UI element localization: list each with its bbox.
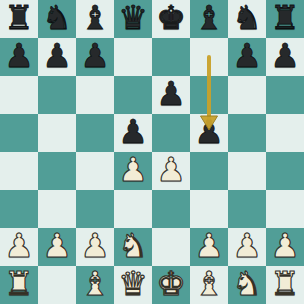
piece-black-pawn[interactable]: ♟ (270, 37, 300, 75)
square-g3[interactable] (228, 190, 266, 228)
square-f2[interactable]: ♟ (190, 228, 228, 266)
piece-white-pawn[interactable]: ♟ (270, 227, 300, 265)
square-h7[interactable]: ♟ (266, 38, 304, 76)
piece-black-rook[interactable]: ♜ (4, 0, 34, 37)
piece-white-knight[interactable]: ♞ (118, 227, 148, 265)
square-d5[interactable]: ♟ (114, 114, 152, 152)
square-g7[interactable]: ♟ (228, 38, 266, 76)
square-d8[interactable]: ♛ (114, 0, 152, 38)
piece-white-bishop[interactable]: ♝ (194, 265, 224, 303)
square-d7[interactable] (114, 38, 152, 76)
square-g5[interactable] (228, 114, 266, 152)
square-c4[interactable] (76, 152, 114, 190)
square-a1[interactable]: ♜ (0, 266, 38, 304)
piece-black-knight[interactable]: ♞ (232, 0, 262, 37)
piece-white-knight[interactable]: ♞ (232, 265, 262, 303)
piece-black-bishop[interactable]: ♝ (194, 0, 224, 37)
square-e8[interactable]: ♚ (152, 0, 190, 38)
square-a2[interactable]: ♟ (0, 228, 38, 266)
piece-black-pawn[interactable]: ♟ (42, 37, 72, 75)
square-f7[interactable] (190, 38, 228, 76)
square-h4[interactable] (266, 152, 304, 190)
square-g4[interactable] (228, 152, 266, 190)
square-d2[interactable]: ♞ (114, 228, 152, 266)
square-b2[interactable]: ♟ (38, 228, 76, 266)
square-d1[interactable]: ♛ (114, 266, 152, 304)
square-e7[interactable] (152, 38, 190, 76)
piece-black-pawn[interactable]: ♟ (118, 113, 148, 151)
square-e5[interactable] (152, 114, 190, 152)
square-e4[interactable]: ♟ (152, 152, 190, 190)
square-h1[interactable]: ♜ (266, 266, 304, 304)
square-a4[interactable] (0, 152, 38, 190)
piece-white-pawn[interactable]: ♟ (80, 227, 110, 265)
square-a3[interactable] (0, 190, 38, 228)
square-f6[interactable] (190, 76, 228, 114)
square-g6[interactable] (228, 76, 266, 114)
square-e6[interactable]: ♟ (152, 76, 190, 114)
square-h3[interactable] (266, 190, 304, 228)
square-h6[interactable] (266, 76, 304, 114)
square-b1[interactable] (38, 266, 76, 304)
piece-white-pawn[interactable]: ♟ (4, 227, 34, 265)
square-g8[interactable]: ♞ (228, 0, 266, 38)
square-f4[interactable] (190, 152, 228, 190)
piece-white-pawn[interactable]: ♟ (42, 227, 72, 265)
square-e1[interactable]: ♚ (152, 266, 190, 304)
square-h2[interactable]: ♟ (266, 228, 304, 266)
piece-black-knight[interactable]: ♞ (42, 0, 72, 37)
square-d3[interactable] (114, 190, 152, 228)
square-c2[interactable]: ♟ (76, 228, 114, 266)
chess-board: ♜♞♝♛♚♝♞♜♟♟♟♟♟♟♟♟♟♟♟♟♟♞♟♟♟♜♝♛♚♝♞♜ (0, 0, 304, 304)
piece-white-king[interactable]: ♚ (156, 265, 186, 303)
piece-white-pawn[interactable]: ♟ (156, 151, 186, 189)
square-c7[interactable]: ♟ (76, 38, 114, 76)
piece-white-rook[interactable]: ♜ (270, 265, 300, 303)
square-e3[interactable] (152, 190, 190, 228)
square-b8[interactable]: ♞ (38, 0, 76, 38)
square-d4[interactable]: ♟ (114, 152, 152, 190)
square-a6[interactable] (0, 76, 38, 114)
square-f3[interactable] (190, 190, 228, 228)
piece-black-pawn[interactable]: ♟ (156, 75, 186, 113)
square-b6[interactable] (38, 76, 76, 114)
piece-white-bishop[interactable]: ♝ (80, 265, 110, 303)
square-c3[interactable] (76, 190, 114, 228)
square-b3[interactable] (38, 190, 76, 228)
square-f5[interactable]: ♟ (190, 114, 228, 152)
square-g1[interactable]: ♞ (228, 266, 266, 304)
square-b5[interactable] (38, 114, 76, 152)
square-a8[interactable]: ♜ (0, 0, 38, 38)
square-g2[interactable]: ♟ (228, 228, 266, 266)
square-f8[interactable]: ♝ (190, 0, 228, 38)
square-c5[interactable] (76, 114, 114, 152)
piece-black-pawn[interactable]: ♟ (80, 37, 110, 75)
piece-black-rook[interactable]: ♜ (270, 0, 300, 37)
piece-white-pawn[interactable]: ♟ (194, 227, 224, 265)
square-e2[interactable] (152, 228, 190, 266)
square-b4[interactable] (38, 152, 76, 190)
square-a7[interactable]: ♟ (0, 38, 38, 76)
piece-black-pawn[interactable]: ♟ (232, 37, 262, 75)
square-f1[interactable]: ♝ (190, 266, 228, 304)
square-h5[interactable] (266, 114, 304, 152)
piece-black-queen[interactable]: ♛ (118, 0, 148, 37)
square-c8[interactable]: ♝ (76, 0, 114, 38)
piece-black-bishop[interactable]: ♝ (80, 0, 110, 37)
piece-white-rook[interactable]: ♜ (4, 265, 34, 303)
square-h8[interactable]: ♜ (266, 0, 304, 38)
board-grid: ♜♞♝♛♚♝♞♜♟♟♟♟♟♟♟♟♟♟♟♟♟♞♟♟♟♜♝♛♚♝♞♜ (0, 0, 304, 304)
square-c1[interactable]: ♝ (76, 266, 114, 304)
square-a5[interactable] (0, 114, 38, 152)
square-b7[interactable]: ♟ (38, 38, 76, 76)
piece-white-pawn[interactable]: ♟ (118, 151, 148, 189)
piece-black-pawn[interactable]: ♟ (4, 37, 34, 75)
square-c6[interactable] (76, 76, 114, 114)
piece-white-queen[interactable]: ♛ (118, 265, 148, 303)
piece-white-pawn[interactable]: ♟ (232, 227, 262, 265)
square-d6[interactable] (114, 76, 152, 114)
piece-black-pawn[interactable]: ♟ (194, 113, 224, 151)
piece-black-king[interactable]: ♚ (156, 0, 186, 37)
